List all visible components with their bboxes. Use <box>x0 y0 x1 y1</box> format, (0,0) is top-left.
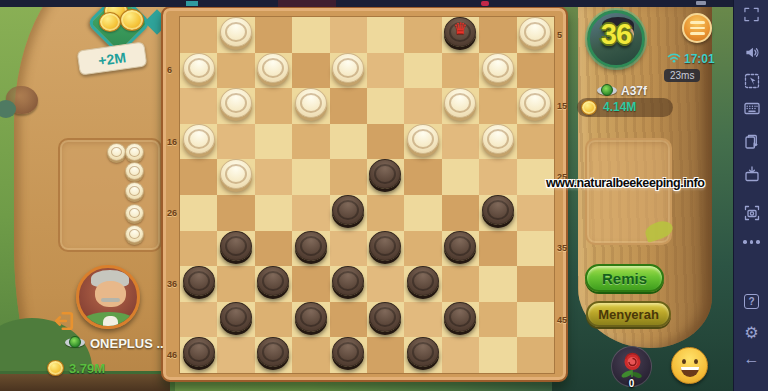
white-piece[interactable] <box>220 159 252 189</box>
black-piece[interactable] <box>444 302 476 332</box>
square-1[interactable] <box>217 17 254 53</box>
square-30[interactable] <box>479 195 516 231</box>
square-3[interactable] <box>367 17 404 53</box>
black-piece[interactable] <box>257 266 289 296</box>
square-17[interactable] <box>255 124 292 160</box>
square-unplayable[interactable] <box>292 124 329 160</box>
cursor-mode-icon[interactable] <box>734 73 768 89</box>
rose-count: 0 <box>612 378 651 389</box>
square-unplayable[interactable] <box>517 53 554 89</box>
avatar-mustache <box>101 298 120 302</box>
square-32[interactable] <box>292 231 329 267</box>
opponent-rank-emblem <box>597 82 617 98</box>
square-unplayable[interactable] <box>404 159 441 195</box>
square-unplayable[interactable] <box>180 302 217 338</box>
board-grid: ♛ <box>180 17 554 373</box>
move-timer: 36 <box>587 18 645 51</box>
square-8[interactable] <box>330 53 367 89</box>
captured-white-piece <box>125 143 144 161</box>
white-piece[interactable] <box>295 88 327 118</box>
white-piece[interactable] <box>220 17 252 47</box>
square-20[interactable] <box>479 124 516 160</box>
square-unplayable[interactable] <box>517 124 554 160</box>
square-11[interactable] <box>217 88 254 124</box>
square-45[interactable] <box>517 302 554 338</box>
square-unplayable[interactable] <box>330 159 367 195</box>
black-piece[interactable] <box>407 337 439 367</box>
square-unplayable[interactable] <box>180 88 217 124</box>
emoji-button[interactable] <box>671 347 708 384</box>
black-piece[interactable] <box>295 302 327 332</box>
square-22[interactable] <box>292 159 329 195</box>
square-unplayable[interactable] <box>442 195 479 231</box>
square-10[interactable] <box>479 53 516 89</box>
white-piece[interactable] <box>183 53 215 83</box>
topbar-tab-fragment <box>696 1 706 5</box>
square-unplayable[interactable] <box>217 124 254 160</box>
square-12[interactable] <box>292 88 329 124</box>
king-crown-icon: ♛ <box>445 21 475 37</box>
square-29[interactable] <box>404 195 441 231</box>
black-piece[interactable] <box>369 231 401 261</box>
board-coordinate-label: 46 <box>167 350 177 360</box>
square-38[interactable] <box>330 266 367 302</box>
square-44[interactable] <box>442 302 479 338</box>
opponent-name: A37f <box>621 84 647 98</box>
board-coordinate-label: 6 <box>167 65 172 75</box>
topbar-tab-fragment <box>186 1 198 6</box>
player-avatar[interactable] <box>76 265 140 329</box>
black-piece[interactable] <box>220 231 252 261</box>
square-47[interactable] <box>255 337 292 373</box>
black-piece[interactable] <box>407 266 439 296</box>
white-piece[interactable] <box>220 88 252 118</box>
board-coordinate-label: 15 <box>557 101 567 111</box>
square-unplayable[interactable] <box>479 17 516 53</box>
black-piece[interactable] <box>369 302 401 332</box>
square-unplayable[interactable] <box>330 231 367 267</box>
topbar-close-fragment <box>481 1 489 6</box>
square-37[interactable] <box>255 266 292 302</box>
square-40[interactable] <box>479 266 516 302</box>
square-unplayable[interactable] <box>479 231 516 267</box>
square-unplayable[interactable] <box>330 302 367 338</box>
board-coordinate-label: 35 <box>557 243 567 253</box>
back-icon[interactable]: ← <box>734 351 768 367</box>
board-coordinate-label: 26 <box>167 208 177 218</box>
watermark-text: www.naturalbeekeeping.info <box>546 176 705 190</box>
square-4[interactable]: ♛ <box>442 17 479 53</box>
board-coordinate-label: 36 <box>167 279 177 289</box>
square-unplayable[interactable] <box>442 124 479 160</box>
square-unplayable[interactable] <box>517 266 554 302</box>
white-piece[interactable] <box>482 124 514 154</box>
black-piece[interactable] <box>369 159 401 189</box>
square-unplayable[interactable] <box>255 17 292 53</box>
square-unplayable[interactable] <box>479 302 516 338</box>
keyboard-icon[interactable] <box>734 102 768 115</box>
square-unplayable[interactable] <box>442 337 479 373</box>
emulator-topbar <box>0 0 768 7</box>
square-unplayable[interactable] <box>292 195 329 231</box>
square-14[interactable] <box>442 88 479 124</box>
black-piece[interactable] <box>332 337 364 367</box>
white-piece[interactable] <box>444 88 476 118</box>
player-rank-emblem <box>65 334 85 350</box>
square-15[interactable] <box>517 88 554 124</box>
white-piece[interactable] <box>407 124 439 154</box>
emulator-sidebar: ? ⚙ ← <box>733 0 768 391</box>
square-unplayable[interactable] <box>292 337 329 373</box>
opponent-coins: 4.14M <box>603 100 636 114</box>
square-6[interactable] <box>180 53 217 89</box>
square-5[interactable] <box>517 17 554 53</box>
square-26[interactable] <box>180 195 217 231</box>
captured-white-piece <box>125 225 144 243</box>
square-unplayable[interactable] <box>404 231 441 267</box>
square-unplayable[interactable] <box>255 231 292 267</box>
black-piece[interactable] <box>444 231 476 261</box>
white-piece[interactable] <box>183 124 215 154</box>
square-24[interactable] <box>442 159 479 195</box>
black-piece[interactable] <box>482 195 514 225</box>
square-21[interactable] <box>217 159 254 195</box>
square-unplayable[interactable] <box>367 337 404 373</box>
square-unplayable[interactable] <box>180 231 217 267</box>
square-unplayable[interactable] <box>255 302 292 338</box>
board-coordinate-label: 5 <box>557 30 562 40</box>
square-36[interactable] <box>180 266 217 302</box>
black-piece[interactable] <box>332 266 364 296</box>
coin-icon <box>581 100 597 115</box>
avatar-face <box>95 281 126 307</box>
black-king-piece[interactable]: ♛ <box>444 17 476 47</box>
black-piece[interactable] <box>183 266 215 296</box>
square-9[interactable] <box>404 53 441 89</box>
white-piece[interactable] <box>482 53 514 83</box>
square-50[interactable] <box>479 337 516 373</box>
square-unplayable[interactable] <box>442 53 479 89</box>
connection-clock: 17:01 <box>666 50 715 68</box>
black-piece[interactable] <box>183 337 215 367</box>
coin-icon <box>99 12 121 32</box>
draw-button[interactable]: Remis <box>585 264 664 292</box>
square-unplayable[interactable] <box>367 53 404 89</box>
square-unplayable[interactable] <box>479 88 516 124</box>
clock-time: 17:01 <box>684 52 715 66</box>
captured-white-piece <box>107 143 126 161</box>
square-49[interactable] <box>404 337 441 373</box>
screenshot-icon[interactable] <box>734 205 768 221</box>
white-piece[interactable] <box>519 17 551 47</box>
square-unplayable[interactable] <box>367 266 404 302</box>
square-unplayable[interactable] <box>404 302 441 338</box>
square-unplayable[interactable] <box>255 88 292 124</box>
square-unplayable[interactable] <box>330 88 367 124</box>
square-unplayable[interactable] <box>292 53 329 89</box>
square-39[interactable] <box>404 266 441 302</box>
board-coordinate-label: 45 <box>557 315 567 325</box>
resign-button[interactable]: Menyerah <box>586 301 671 327</box>
square-16[interactable] <box>180 124 217 160</box>
rose-gift-button[interactable]: 0 <box>611 346 652 387</box>
square-43[interactable] <box>367 302 404 338</box>
square-18[interactable] <box>330 124 367 160</box>
square-unplayable[interactable] <box>217 266 254 302</box>
square-unplayable[interactable] <box>442 266 479 302</box>
square-unplayable[interactable] <box>180 17 217 53</box>
square-unplayable[interactable] <box>479 159 516 195</box>
square-19[interactable] <box>404 124 441 160</box>
captured-white-piece <box>125 182 144 200</box>
square-unplayable[interactable] <box>517 195 554 231</box>
game-screen: +2M ♛ 616263646515253545 www.naturalbeek… <box>0 0 768 391</box>
ping-badge: 23ms <box>664 69 700 82</box>
square-27[interactable] <box>255 195 292 231</box>
black-piece[interactable] <box>332 195 364 225</box>
apk-install-icon[interactable] <box>734 166 768 182</box>
player-name: ONEPLUS .. <box>90 336 164 351</box>
square-unplayable[interactable] <box>404 17 441 53</box>
help-icon[interactable]: ? <box>734 294 768 309</box>
square-unplayable[interactable] <box>404 88 441 124</box>
draughts-board: ♛ 616263646515253545 <box>161 6 568 382</box>
exit-room-button[interactable] <box>52 309 76 333</box>
black-piece[interactable] <box>220 302 252 332</box>
square-34[interactable] <box>442 231 479 267</box>
fullscreen-icon[interactable] <box>734 7 768 22</box>
square-unplayable[interactable] <box>292 266 329 302</box>
captured-pieces-tray-left <box>58 138 162 252</box>
square-unplayable[interactable] <box>367 195 404 231</box>
avatar-shirt <box>103 316 118 329</box>
topbar-tab-fragment <box>278 0 336 7</box>
coin-icon <box>47 360 64 376</box>
wifi-icon <box>666 50 682 68</box>
black-piece[interactable] <box>257 337 289 367</box>
square-unplayable[interactable] <box>217 53 254 89</box>
square-31[interactable] <box>217 231 254 267</box>
more-icon[interactable] <box>734 240 768 244</box>
square-unplayable[interactable] <box>517 337 554 373</box>
black-piece[interactable] <box>295 231 327 261</box>
square-23[interactable] <box>367 159 404 195</box>
white-piece[interactable] <box>257 53 289 83</box>
square-unplayable[interactable] <box>217 337 254 373</box>
square-unplayable[interactable] <box>180 159 217 195</box>
menu-button[interactable] <box>682 13 712 43</box>
captured-white-piece <box>125 162 144 180</box>
settings-icon[interactable]: ⚙ <box>734 325 768 341</box>
square-48[interactable] <box>330 337 367 373</box>
square-unplayable[interactable] <box>330 17 367 53</box>
square-13[interactable] <box>367 88 404 124</box>
square-33[interactable] <box>367 231 404 267</box>
square-42[interactable] <box>292 302 329 338</box>
volume-icon[interactable] <box>734 45 768 60</box>
square-2[interactable] <box>292 17 329 53</box>
square-28[interactable] <box>330 195 367 231</box>
player-coins: 3.79M <box>69 361 105 376</box>
square-35[interactable] <box>517 231 554 267</box>
square-41[interactable] <box>217 302 254 338</box>
white-piece[interactable] <box>332 53 364 83</box>
square-7[interactable] <box>255 53 292 89</box>
square-46[interactable] <box>180 337 217 373</box>
square-unplayable[interactable] <box>217 195 254 231</box>
media-controls-icon[interactable] <box>734 134 768 150</box>
board-coordinate-label: 16 <box>167 137 177 147</box>
coin-icon <box>120 9 144 31</box>
square-unplayable[interactable] <box>367 124 404 160</box>
white-piece[interactable] <box>519 88 551 118</box>
square-unplayable[interactable] <box>255 159 292 195</box>
captured-white-piece <box>125 204 144 222</box>
